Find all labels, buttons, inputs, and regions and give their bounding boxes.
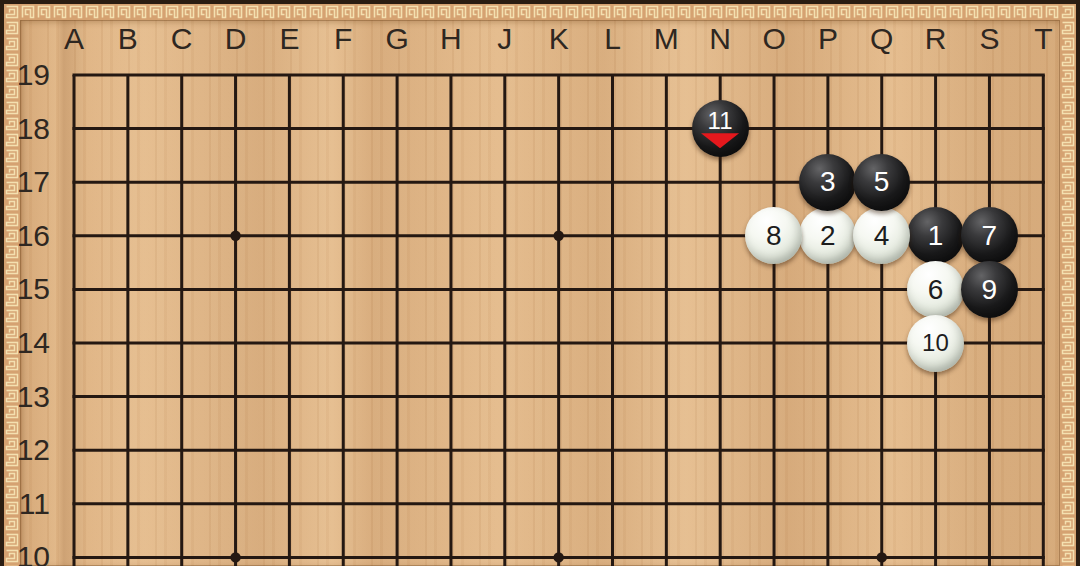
row-label: 16 bbox=[8, 219, 50, 253]
stone-black-move-9[interactable]: 9 bbox=[961, 261, 1018, 318]
stone-white-move-10[interactable]: 10 bbox=[907, 315, 964, 372]
stone-white-move-2[interactable]: 2 bbox=[799, 207, 856, 264]
stone-black-move-1[interactable]: 1 bbox=[907, 207, 964, 264]
row-label: 18 bbox=[8, 112, 50, 146]
stone-move-number: 10 bbox=[922, 331, 949, 355]
stone-move-number: 4 bbox=[874, 222, 890, 250]
board-grid[interactable]: 1234567891011 bbox=[47, 48, 1070, 566]
row-label: 15 bbox=[8, 272, 50, 306]
stone-white-move-6[interactable]: 6 bbox=[907, 261, 964, 318]
stone-white-move-8[interactable]: 8 bbox=[745, 207, 802, 264]
stone-move-number: 11 bbox=[708, 109, 733, 133]
row-label: 17 bbox=[8, 165, 50, 199]
row-label: 19 bbox=[8, 58, 50, 92]
stone-black-move-7[interactable]: 7 bbox=[961, 207, 1018, 264]
stone-move-number: 2 bbox=[820, 222, 836, 250]
go-board-screen: ABCDEFGHJKLMNOPQRST 19181716151413121110… bbox=[0, 0, 1080, 566]
row-label: 13 bbox=[8, 380, 50, 414]
stone-black-move-5[interactable]: 5 bbox=[853, 154, 910, 211]
stone-move-number: 3 bbox=[820, 168, 836, 196]
row-label: 10 bbox=[8, 540, 50, 566]
row-label: 12 bbox=[8, 433, 50, 467]
stone-move-number: 5 bbox=[874, 168, 890, 196]
row-label: 14 bbox=[8, 326, 50, 360]
stone-black-move-11[interactable]: 11 bbox=[692, 100, 749, 157]
stone-move-number: 1 bbox=[928, 222, 944, 250]
last-move-marker bbox=[701, 133, 739, 148]
row-label: 11 bbox=[8, 487, 50, 521]
stone-move-number: 7 bbox=[981, 222, 997, 250]
stone-black-move-3[interactable]: 3 bbox=[799, 154, 856, 211]
stone-move-number: 8 bbox=[766, 222, 782, 250]
stone-move-number: 6 bbox=[928, 276, 944, 304]
stone-white-move-4[interactable]: 4 bbox=[853, 207, 910, 264]
stone-move-number: 9 bbox=[981, 276, 997, 304]
